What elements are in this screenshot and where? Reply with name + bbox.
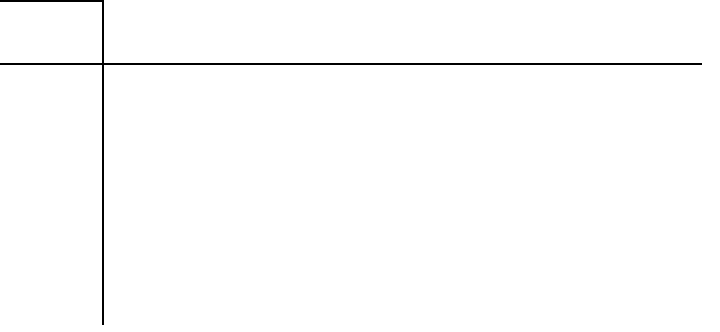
corner-watermark xyxy=(0,0,104,65)
bottom-bar xyxy=(0,325,720,332)
col-clues xyxy=(104,0,702,65)
nonogram-board xyxy=(0,0,720,332)
side-watermark xyxy=(702,0,720,325)
row-clues xyxy=(0,65,104,325)
nonogram-grid xyxy=(104,65,704,325)
